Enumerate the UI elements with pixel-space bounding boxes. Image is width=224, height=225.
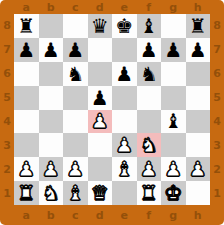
piece-white-bishop-c1[interactable]: ♝ (66, 183, 84, 203)
square-a5[interactable] (14, 86, 39, 110)
file-label-h: h (186, 205, 211, 225)
square-c6[interactable]: ♞ (63, 62, 88, 86)
piece-black-rook-a8[interactable]: ♜ (17, 16, 35, 36)
square-c1[interactable]: ♝ (63, 181, 88, 205)
file-label-b: b (39, 0, 64, 14)
square-e3[interactable]: ♟ (112, 133, 137, 157)
square-f2[interactable]: ♟ (137, 157, 162, 181)
piece-black-queen-d8[interactable]: ♛ (91, 16, 109, 36)
rank-label-3: 3 (0, 133, 14, 157)
file-label-c: c (63, 0, 88, 14)
square-c7[interactable]: ♟ (63, 38, 88, 62)
square-h3[interactable] (186, 133, 211, 157)
square-e5[interactable] (112, 86, 137, 110)
piece-black-pawn-d5[interactable]: ♟ (91, 88, 109, 108)
file-label-f: f (137, 205, 162, 225)
square-g7[interactable]: ♟ (161, 38, 186, 62)
rank-labels-left: 87654321 (0, 14, 14, 205)
square-a3[interactable] (14, 133, 39, 157)
file-label-h: h (186, 0, 211, 14)
piece-black-knight-c6[interactable]: ♞ (66, 64, 84, 84)
square-h2[interactable]: ♟ (186, 157, 211, 181)
square-b1[interactable]: ♞ (39, 181, 64, 205)
square-h6[interactable] (186, 62, 211, 86)
square-d7[interactable] (88, 38, 113, 62)
square-a6[interactable] (14, 62, 39, 86)
square-a2[interactable]: ♟ (14, 157, 39, 181)
piece-white-pawn-h2[interactable]: ♟ (189, 159, 207, 179)
piece-white-bishop-e2[interactable]: ♝ (115, 159, 133, 179)
square-g6[interactable] (161, 62, 186, 86)
file-label-g: g (161, 0, 186, 14)
piece-white-knight-b1[interactable]: ♞ (42, 183, 60, 203)
square-c3[interactable] (63, 133, 88, 157)
square-f6[interactable]: ♞ (137, 62, 162, 86)
square-a7[interactable]: ♟ (14, 38, 39, 62)
chess-board-widget: abcdefgh abcdefgh 87654321 87654321 ♜♛♚♝… (0, 0, 224, 225)
square-g2[interactable]: ♟ (161, 157, 186, 181)
square-d3[interactable] (88, 133, 113, 157)
piece-white-queen-d1[interactable]: ♛ (91, 183, 109, 203)
file-label-a: a (14, 0, 39, 14)
piece-black-bishop-g4[interactable]: ♝ (164, 111, 182, 131)
square-g4[interactable]: ♝ (161, 110, 186, 134)
rank-label-4: 4 (0, 110, 14, 134)
square-g3[interactable] (161, 133, 186, 157)
square-e2[interactable]: ♝ (112, 157, 137, 181)
piece-black-knight-f6[interactable]: ♞ (140, 64, 158, 84)
rank-label-8: 8 (210, 14, 224, 38)
chess-board: ♜♛♚♝♜♟♟♟♟♟♟♞♟♞♟♟♝♟♞♟♟♟♝♟♟♟♜♞♝♛♜♚ (14, 14, 210, 205)
file-label-d: d (88, 205, 113, 225)
piece-white-pawn-f2[interactable]: ♟ (140, 159, 158, 179)
piece-white-pawn-d4[interactable]: ♟ (91, 111, 109, 131)
rank-label-1: 1 (210, 181, 224, 205)
piece-white-pawn-e3[interactable]: ♟ (115, 135, 133, 155)
piece-black-pawn-b7[interactable]: ♟ (42, 40, 60, 60)
square-g5[interactable] (161, 86, 186, 110)
rank-label-1: 1 (0, 181, 14, 205)
rank-label-4: 4 (210, 110, 224, 134)
square-b7[interactable]: ♟ (39, 38, 64, 62)
square-e7[interactable] (112, 38, 137, 62)
square-c5[interactable] (63, 86, 88, 110)
square-f4[interactable] (137, 110, 162, 134)
rank-label-3: 3 (210, 133, 224, 157)
square-h4[interactable] (186, 110, 211, 134)
piece-black-rook-h8[interactable]: ♜ (189, 16, 207, 36)
rank-label-6: 6 (0, 62, 14, 86)
piece-white-pawn-c2[interactable]: ♟ (66, 159, 84, 179)
piece-black-pawn-h7[interactable]: ♟ (189, 40, 207, 60)
square-d6[interactable] (88, 62, 113, 86)
square-a4[interactable] (14, 110, 39, 134)
square-f7[interactable]: ♟ (137, 38, 162, 62)
rank-label-2: 2 (0, 157, 14, 181)
file-labels-top: abcdefgh (14, 0, 210, 14)
piece-white-rook-f1[interactable]: ♜ (140, 183, 158, 203)
piece-black-pawn-e6[interactable]: ♟ (115, 64, 133, 84)
file-label-e: e (112, 0, 137, 14)
piece-white-knight-f3[interactable]: ♞ (140, 135, 158, 155)
rank-label-5: 5 (0, 86, 14, 110)
square-e6[interactable]: ♟ (112, 62, 137, 86)
file-label-e: e (112, 205, 137, 225)
file-label-a: a (14, 205, 39, 225)
square-e1[interactable] (112, 181, 137, 205)
piece-white-king-g1[interactable]: ♚ (164, 183, 182, 203)
piece-white-rook-a1[interactable]: ♜ (17, 183, 35, 203)
square-g8[interactable] (161, 14, 186, 38)
square-h1[interactable] (186, 181, 211, 205)
square-c4[interactable] (63, 110, 88, 134)
square-d4[interactable]: ♟ (88, 110, 113, 134)
square-c8[interactable] (63, 14, 88, 38)
rank-label-2: 2 (210, 157, 224, 181)
piece-white-pawn-b2[interactable]: ♟ (42, 159, 60, 179)
square-b6[interactable] (39, 62, 64, 86)
square-a8[interactable]: ♜ (14, 14, 39, 38)
square-b5[interactable] (39, 86, 64, 110)
file-label-f: f (137, 0, 162, 14)
square-a1[interactable]: ♜ (14, 181, 39, 205)
square-c2[interactable]: ♟ (63, 157, 88, 181)
square-b4[interactable] (39, 110, 64, 134)
square-b2[interactable]: ♟ (39, 157, 64, 181)
rank-labels-right: 87654321 (210, 14, 224, 205)
piece-black-pawn-f7[interactable]: ♟ (140, 40, 158, 60)
piece-black-pawn-a7[interactable]: ♟ (17, 40, 35, 60)
square-e4[interactable] (112, 110, 137, 134)
piece-black-pawn-g7[interactable]: ♟ (164, 40, 182, 60)
square-d1[interactable]: ♛ (88, 181, 113, 205)
square-b8[interactable] (39, 14, 64, 38)
rank-label-5: 5 (210, 86, 224, 110)
square-h8[interactable]: ♜ (186, 14, 211, 38)
square-d8[interactable]: ♛ (88, 14, 113, 38)
square-f5[interactable] (137, 86, 162, 110)
square-h5[interactable] (186, 86, 211, 110)
square-d5[interactable]: ♟ (88, 86, 113, 110)
square-f8[interactable]: ♝ (137, 14, 162, 38)
file-label-g: g (161, 205, 186, 225)
piece-black-bishop-f8[interactable]: ♝ (140, 16, 158, 36)
rank-label-6: 6 (210, 62, 224, 86)
square-f3[interactable]: ♞ (137, 133, 162, 157)
rank-label-7: 7 (210, 38, 224, 62)
square-b3[interactable] (39, 133, 64, 157)
file-labels-bottom: abcdefgh (14, 205, 210, 225)
piece-black-pawn-c7[interactable]: ♟ (66, 40, 84, 60)
rank-label-7: 7 (0, 38, 14, 62)
piece-white-pawn-a2[interactable]: ♟ (17, 159, 35, 179)
rank-label-8: 8 (0, 14, 14, 38)
file-label-d: d (88, 0, 113, 14)
square-d2[interactable] (88, 157, 113, 181)
piece-white-pawn-g2[interactable]: ♟ (164, 159, 182, 179)
piece-black-king-e8[interactable]: ♚ (115, 16, 133, 36)
square-f1[interactable]: ♜ (137, 181, 162, 205)
square-g1[interactable]: ♚ (161, 181, 186, 205)
square-h7[interactable]: ♟ (186, 38, 211, 62)
square-e8[interactable]: ♚ (112, 14, 137, 38)
file-label-c: c (63, 205, 88, 225)
file-label-b: b (39, 205, 64, 225)
